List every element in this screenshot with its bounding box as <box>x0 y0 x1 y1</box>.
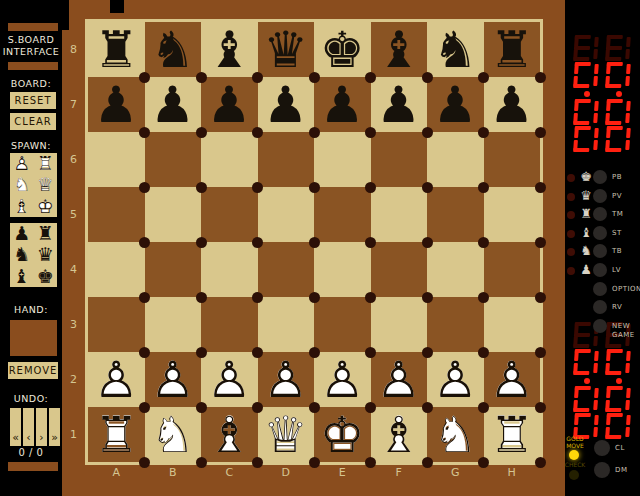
sensor-dot <box>535 402 546 413</box>
reset-button[interactable]: RESET <box>10 92 56 109</box>
piece-black-pawn: ♟ <box>371 77 428 132</box>
spawn-white-pawn[interactable]: ♟♙ <box>10 153 34 174</box>
file-label-h: H <box>484 466 541 482</box>
sensor-dot <box>365 72 376 83</box>
sidebar: S.BOARD INTERFACE BOARD: RESET CLEAR SPA… <box>0 0 62 496</box>
seven-seg-digit <box>605 62 631 88</box>
seven-seg-digit <box>573 349 599 375</box>
pawn-icon: ♟ <box>578 262 594 278</box>
square-h2[interactable]: ♟♙ <box>484 352 541 407</box>
square-a6[interactable] <box>88 132 145 187</box>
clock-colon-dot <box>584 378 590 384</box>
title-rule-top <box>8 23 58 31</box>
seven-seg-digit <box>573 35 599 61</box>
square-e8[interactable]: ♚ <box>314 22 371 77</box>
square-c8[interactable]: ♝ <box>201 22 258 77</box>
sensor-dot <box>139 127 150 138</box>
square-f3[interactable] <box>371 297 428 352</box>
option-led <box>567 193 575 201</box>
option-row: OPTION <box>565 282 640 298</box>
piece-black-queen: ♛ <box>258 22 315 77</box>
square-d7[interactable]: ♟ <box>258 77 315 132</box>
dm-label: DM <box>615 466 627 474</box>
file-label-b: B <box>145 466 202 482</box>
square-e3[interactable] <box>314 297 371 352</box>
square-c2[interactable]: ♟♙ <box>201 352 258 407</box>
square-h6[interactable] <box>484 132 541 187</box>
sensor-dot <box>365 347 376 358</box>
square-g4[interactable] <box>427 242 484 297</box>
move-indicator-line2: MOVE <box>561 443 589 449</box>
square-b8[interactable]: ♞ <box>145 22 202 77</box>
square-h7[interactable]: ♟ <box>484 77 541 132</box>
sensor-dot <box>478 127 489 138</box>
sensor-dot <box>309 292 320 303</box>
undo-counter: 0 / 0 <box>0 447 62 458</box>
piece-white-pawn: ♟♙ <box>484 352 541 407</box>
sensor-dot <box>139 402 150 413</box>
rank-label-2: 2 <box>62 373 85 386</box>
square-f6[interactable] <box>371 132 428 187</box>
piece-white-pawn: ♟♙ <box>314 352 371 407</box>
queen-icon: ♛ <box>578 188 594 204</box>
spawn-black-queen[interactable]: ♛ <box>34 244 58 265</box>
sensor-dot <box>422 127 433 138</box>
spawn-white-king[interactable]: ♚♔ <box>34 196 58 217</box>
clock-colon-dot <box>616 91 622 97</box>
clock-colon-dot <box>616 378 622 384</box>
spawn-white-bishop[interactable]: ♝♗ <box>10 196 34 217</box>
sensor-dot <box>535 182 546 193</box>
sensor-dot <box>365 127 376 138</box>
square-b5[interactable] <box>145 187 202 242</box>
square-b1[interactable]: ♞♘ <box>145 407 202 462</box>
spawn-white-rook[interactable]: ♜♖ <box>34 153 58 174</box>
square-d5[interactable] <box>258 187 315 242</box>
option-label: ST <box>612 229 622 238</box>
file-label-d: D <box>258 466 315 482</box>
option-row: ♚PB <box>565 170 640 186</box>
square-f7[interactable]: ♟ <box>371 77 428 132</box>
rank-label-5: 5 <box>62 208 85 221</box>
clock-display-bottom <box>573 322 633 444</box>
sensor-dot <box>422 182 433 193</box>
spawn-white-knight[interactable]: ♞♘ <box>10 174 34 195</box>
sensor-dot <box>309 402 320 413</box>
option-row: ♟LV <box>565 263 640 279</box>
title-rule-bottom <box>8 62 58 70</box>
rank-label-8: 8 <box>62 43 85 56</box>
square-e2[interactable]: ♟♙ <box>314 352 371 407</box>
sensory-board-interface: ♜♞♝♛♚♝♞♜♟♟♟♟♟♟♟♟♟♙♟♙♟♙♟♙♟♙♟♙♟♙♟♙♜♖♞♘♝♗♛♕… <box>0 0 640 496</box>
spawn-black-pawn[interactable]: ♟ <box>10 223 34 244</box>
piece-black-knight: ♞ <box>11 244 32 265</box>
sensor-dot <box>196 237 207 248</box>
piece-white-knight: ♞♘ <box>427 407 484 462</box>
rank-label-1: 1 <box>62 428 85 441</box>
square-g6[interactable] <box>427 132 484 187</box>
piece-black-pawn: ♟ <box>427 77 484 132</box>
sensor-dot <box>535 237 546 248</box>
piece-white-king: ♚♔ <box>314 407 371 462</box>
undo-back-button[interactable]: ‹ <box>23 408 34 446</box>
option-led <box>567 230 575 238</box>
square-g2[interactable]: ♟♙ <box>427 352 484 407</box>
option-label: PB <box>612 173 622 182</box>
option-button[interactable] <box>593 282 607 296</box>
square-c1[interactable]: ♝♗ <box>201 407 258 462</box>
knight-icon: ♞ <box>578 243 594 259</box>
option-label: RV <box>612 303 622 312</box>
dm-button[interactable] <box>594 462 610 478</box>
option-row: NEW GAME <box>565 319 640 335</box>
sensor-dot <box>365 237 376 248</box>
sensor-dot <box>365 292 376 303</box>
spawn-tray-white: ♟♙♜♖♞♘♛♕♝♗♚♔ <box>10 153 57 217</box>
option-button-tm[interactable] <box>593 207 607 221</box>
sensor-dot <box>535 127 546 138</box>
option-led <box>567 248 575 256</box>
clock-display-top <box>573 35 633 157</box>
option-label: TB <box>612 247 622 256</box>
square-a2[interactable]: ♟♙ <box>88 352 145 407</box>
option-button-pv[interactable] <box>593 189 607 203</box>
app-title-line2: INTERFACE <box>0 46 62 57</box>
spawn-black-knight[interactable]: ♞ <box>10 244 34 265</box>
seven-seg-digit <box>573 99 599 125</box>
sensor-dot <box>422 237 433 248</box>
square-b4[interactable] <box>145 242 202 297</box>
piece-black-pawn: ♟ <box>88 77 145 132</box>
option-label: NEW GAME <box>612 322 635 340</box>
rank-label-3: 3 <box>62 318 85 331</box>
square-h8[interactable]: ♜ <box>484 22 541 77</box>
piece-black-rook: ♜ <box>88 22 145 77</box>
piece-white-king: ♚♔ <box>35 196 56 217</box>
square-g1[interactable]: ♞♘ <box>427 407 484 462</box>
square-g5[interactable] <box>427 187 484 242</box>
square-h3[interactable] <box>484 297 541 352</box>
remove-button[interactable]: REMOVE <box>8 362 58 379</box>
sensor-dot <box>252 237 263 248</box>
square-e5[interactable] <box>314 187 371 242</box>
piece-black-knight: ♞ <box>427 22 484 77</box>
option-button-lv[interactable] <box>593 263 607 277</box>
piece-white-bishop: ♝♗ <box>371 407 428 462</box>
piece-black-pawn: ♟ <box>484 77 541 132</box>
frame-notch-top <box>110 0 124 13</box>
square-f2[interactable]: ♟♙ <box>371 352 428 407</box>
undo-section-label: UNDO: <box>0 393 62 404</box>
sensor-dot <box>365 182 376 193</box>
sensor-dot <box>196 292 207 303</box>
piece-black-bishop: ♝ <box>11 266 32 287</box>
hand-section-label: HAND: <box>0 304 62 315</box>
option-button-pb[interactable] <box>593 170 607 184</box>
option-led <box>567 267 575 275</box>
piece-white-pawn: ♟♙ <box>88 352 145 407</box>
piece-black-pawn: ♟ <box>314 77 371 132</box>
seven-seg-digit <box>573 386 599 412</box>
square-e7[interactable]: ♟ <box>314 77 371 132</box>
sensor-dot <box>309 72 320 83</box>
sensor-dot <box>252 347 263 358</box>
rank-label-4: 4 <box>62 263 85 276</box>
sensor-dot <box>252 72 263 83</box>
spawn-section-label: SPAWN: <box>0 140 62 151</box>
hand-slot[interactable] <box>10 320 57 356</box>
piece-black-pawn: ♟ <box>145 77 202 132</box>
new-game-button[interactable] <box>593 319 607 333</box>
sensor-dot <box>422 347 433 358</box>
check-led <box>569 470 579 480</box>
sensor-dot <box>139 347 150 358</box>
piece-black-knight: ♞ <box>145 22 202 77</box>
piece-black-bishop: ♝ <box>371 22 428 77</box>
sensor-dot <box>535 72 546 83</box>
clock-colon-dot <box>584 91 590 97</box>
sensor-dot <box>252 292 263 303</box>
square-d8[interactable]: ♛ <box>258 22 315 77</box>
square-d2[interactable]: ♟♙ <box>258 352 315 407</box>
square-g3[interactable] <box>427 297 484 352</box>
piece-white-knight: ♞♘ <box>145 407 202 462</box>
sensor-dot <box>422 402 433 413</box>
sensor-dot <box>139 292 150 303</box>
option-label: PV <box>612 192 622 201</box>
seven-seg-digit <box>605 99 631 125</box>
piece-black-rook: ♜ <box>35 223 56 244</box>
spawn-tray-black: ♟♜♞♛♝♚ <box>10 223 57 287</box>
sensor-dot <box>196 127 207 138</box>
option-row: ♜TM <box>565 207 640 223</box>
square-f5[interactable] <box>371 187 428 242</box>
sensor-dot <box>252 402 263 413</box>
redo-forward-button[interactable]: › <box>36 408 47 446</box>
sensor-dot <box>478 292 489 303</box>
piece-white-rook: ♜♖ <box>88 407 145 462</box>
square-g8[interactable]: ♞ <box>427 22 484 77</box>
sensor-dot <box>478 237 489 248</box>
spawn-black-rook[interactable]: ♜ <box>34 223 58 244</box>
square-d6[interactable] <box>258 132 315 187</box>
square-c7[interactable]: ♟ <box>201 77 258 132</box>
bishop-icon: ♝ <box>578 225 594 241</box>
piece-white-knight: ♞♘ <box>11 174 32 195</box>
seven-seg-digit <box>573 126 599 152</box>
sensor-dot <box>196 72 207 83</box>
sensor-dot <box>252 182 263 193</box>
cl-button[interactable] <box>594 440 610 456</box>
seven-seg-digit <box>605 126 631 152</box>
file-label-c: C <box>201 466 258 482</box>
piece-black-rook: ♜ <box>484 22 541 77</box>
rank-label-7: 7 <box>62 98 85 111</box>
square-b6[interactable] <box>145 132 202 187</box>
option-label: TM <box>612 210 623 219</box>
file-label-e: E <box>314 466 371 482</box>
piece-white-pawn: ♟♙ <box>11 153 32 174</box>
square-e1[interactable]: ♚♔ <box>314 407 371 462</box>
sensor-dot <box>196 182 207 193</box>
piece-black-pawn: ♟ <box>11 223 32 244</box>
piece-white-pawn: ♟♙ <box>145 352 202 407</box>
sensor-dot <box>309 182 320 193</box>
sensor-dot <box>478 347 489 358</box>
square-c5[interactable] <box>201 187 258 242</box>
square-d1[interactable]: ♛♕ <box>258 407 315 462</box>
piece-black-king: ♚ <box>35 266 56 287</box>
sensor-dot <box>365 402 376 413</box>
sensor-dot <box>478 72 489 83</box>
undo-first-button[interactable]: « <box>10 408 21 446</box>
sensor-dot <box>139 237 150 248</box>
spawn-white-queen[interactable]: ♛♕ <box>34 174 58 195</box>
square-h4[interactable] <box>484 242 541 297</box>
square-a1[interactable]: ♜♖ <box>88 407 145 462</box>
seven-seg-digit <box>605 413 631 439</box>
option-row: ♞TB <box>565 244 640 260</box>
rank-label-6: 6 <box>62 153 85 166</box>
option-row: ♝ST <box>565 226 640 242</box>
clear-button[interactable]: CLEAR <box>10 113 56 130</box>
option-button-st[interactable] <box>593 226 607 240</box>
square-a4[interactable] <box>88 242 145 297</box>
square-f4[interactable] <box>371 242 428 297</box>
piece-white-rook: ♜♖ <box>484 407 541 462</box>
option-led <box>567 211 575 219</box>
piece-black-bishop: ♝ <box>201 22 258 77</box>
sensor-dot <box>196 347 207 358</box>
square-h1[interactable]: ♜♖ <box>484 407 541 462</box>
board-section-label: BOARD: <box>0 78 62 89</box>
square-a7[interactable]: ♟ <box>88 77 145 132</box>
piece-white-pawn: ♟♙ <box>258 352 315 407</box>
piece-white-rook: ♜♖ <box>35 153 56 174</box>
square-f1[interactable]: ♝♗ <box>371 407 428 462</box>
square-b3[interactable] <box>145 297 202 352</box>
piece-white-pawn: ♟♙ <box>201 352 258 407</box>
square-a8[interactable]: ♜ <box>88 22 145 77</box>
square-c6[interactable] <box>201 132 258 187</box>
square-b7[interactable]: ♟ <box>145 77 202 132</box>
file-label-g: G <box>427 466 484 482</box>
rook-icon: ♜ <box>578 206 594 222</box>
square-e4[interactable] <box>314 242 371 297</box>
seven-seg-digit <box>605 35 631 61</box>
sensor-dot <box>139 72 150 83</box>
square-d3[interactable] <box>258 297 315 352</box>
square-d4[interactable] <box>258 242 315 297</box>
piece-black-pawn: ♟ <box>258 77 315 132</box>
seven-seg-digit <box>573 62 599 88</box>
sensor-dot <box>252 127 263 138</box>
piece-black-king: ♚ <box>314 22 371 77</box>
redo-last-button[interactable]: » <box>49 408 60 446</box>
square-b2[interactable]: ♟♙ <box>145 352 202 407</box>
sensor-dot <box>478 182 489 193</box>
move-led <box>569 450 579 460</box>
sidebar-footer-rule <box>8 462 58 471</box>
option-row: ♛PV <box>565 189 640 205</box>
square-h5[interactable] <box>484 187 541 242</box>
board: ♜♞♝♛♚♝♞♜♟♟♟♟♟♟♟♟♟♙♟♙♟♙♟♙♟♙♟♙♟♙♟♙♜♖♞♘♝♗♛♕… <box>88 22 540 462</box>
app-title-line1: S.BOARD <box>0 34 62 45</box>
square-f8[interactable]: ♝ <box>371 22 428 77</box>
square-g7[interactable]: ♟ <box>427 77 484 132</box>
piece-white-pawn: ♟♙ <box>427 352 484 407</box>
piece-white-pawn: ♟♙ <box>371 352 428 407</box>
frame-notch-left <box>62 0 69 30</box>
spawn-black-king[interactable]: ♚ <box>34 266 58 287</box>
sensor-dot <box>422 72 433 83</box>
sensor-dot <box>309 237 320 248</box>
piece-black-queen: ♛ <box>35 244 56 265</box>
option-label: LV <box>612 266 621 275</box>
sensor-dot <box>309 127 320 138</box>
sensor-dot <box>309 347 320 358</box>
option-label: OPTION <box>612 285 640 294</box>
seven-seg-digit <box>605 386 631 412</box>
sensor-dot <box>535 347 546 358</box>
square-c3[interactable] <box>201 297 258 352</box>
option-led <box>567 174 575 182</box>
check-label: CHECK <box>561 462 589 468</box>
rv-button[interactable] <box>593 300 607 314</box>
seven-seg-digit <box>605 349 631 375</box>
sensor-dot <box>139 182 150 193</box>
square-a5[interactable] <box>88 187 145 242</box>
piece-white-bishop: ♝♗ <box>201 407 258 462</box>
file-label-f: F <box>371 466 428 482</box>
square-a3[interactable] <box>88 297 145 352</box>
sensor-dot <box>422 292 433 303</box>
piece-black-pawn: ♟ <box>201 77 258 132</box>
square-e6[interactable] <box>314 132 371 187</box>
option-button-tb[interactable] <box>593 244 607 258</box>
spawn-black-bishop[interactable]: ♝ <box>10 266 34 287</box>
sensor-dot <box>535 292 546 303</box>
piece-white-bishop: ♝♗ <box>11 196 32 217</box>
file-label-a: A <box>88 466 145 482</box>
square-c4[interactable] <box>201 242 258 297</box>
cl-label: CL <box>615 444 625 452</box>
piece-white-queen: ♛♕ <box>35 174 56 195</box>
option-row: RV <box>565 300 640 316</box>
piece-white-queen: ♛♕ <box>258 407 315 462</box>
sensor-dot <box>478 402 489 413</box>
sensor-dot <box>196 402 207 413</box>
king-icon: ♚ <box>578 169 594 185</box>
